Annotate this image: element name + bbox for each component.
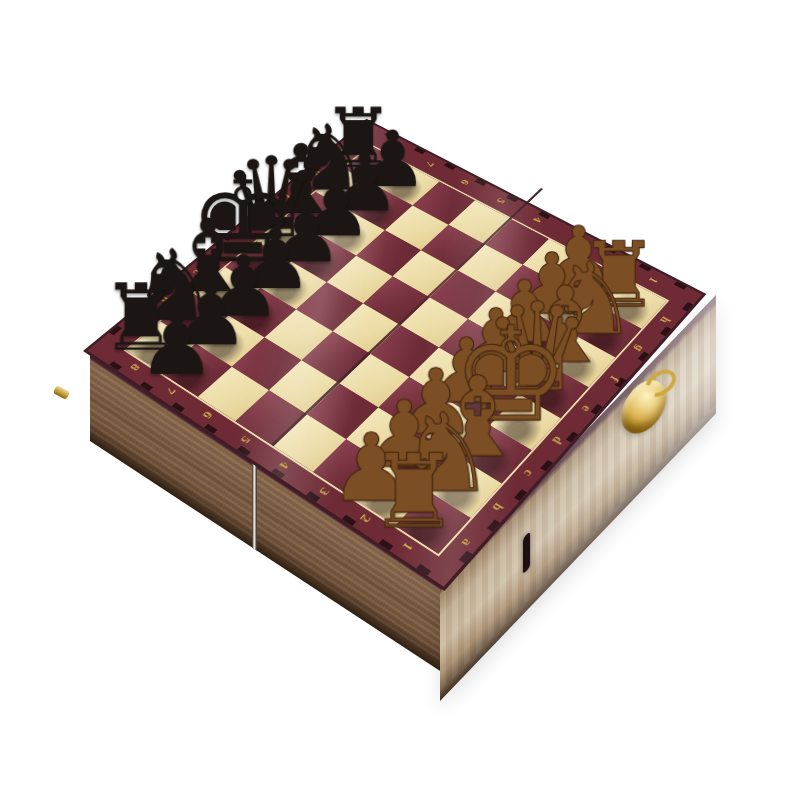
coordinate-label-5: 5 (493, 196, 507, 205)
hinge-pin (53, 385, 70, 400)
coordinate-label-6: 6 (199, 409, 215, 421)
black-pawn-a7[interactable]: ♟ (123, 300, 231, 387)
coordinate-label-5: 5 (237, 434, 253, 446)
photo-background: ♜♟♟♜♞♟♟♞♝♟♟♝♛♟♟♛♚♟♟♚♝♟♟♝♞♟♟♞♜♟♟♜ 1122334… (0, 0, 800, 800)
case-fold-gap (252, 463, 257, 551)
coordinate-label-4: 4 (276, 459, 292, 471)
white-rook-a1[interactable]: ♜ (355, 441, 473, 543)
coordinate-label-6: 6 (458, 178, 472, 187)
